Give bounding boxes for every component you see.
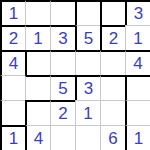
cell-r1c4-empty[interactable] [75,0,100,25]
cell-r1c5-empty[interactable] [100,0,125,25]
cell-r6c5-given: 6 [100,125,125,150]
cell-r2c5-given: 2 [100,25,125,50]
cell-r4c2-empty[interactable] [25,75,50,100]
cell-r2c3-given: 3 [50,25,75,50]
cell-r4c6-empty[interactable] [125,75,150,100]
cell-r6c2-given: 4 [25,125,50,150]
cell-r3c5-empty[interactable] [100,50,125,75]
cell-r6c1-given: 1 [0,125,25,150]
cell-r3c4-empty[interactable] [75,50,100,75]
cell-r5c5-empty[interactable] [100,100,125,125]
cell-r5c1-empty[interactable] [0,100,25,125]
cell-r6c3-empty[interactable] [50,125,75,150]
cell-r5c3-given: 2 [50,100,75,125]
cell-r4c4-given: 3 [75,75,100,100]
cell-r2c1-given: 2 [0,25,25,50]
cell-r5c2-empty[interactable] [25,100,50,125]
cell-r3c1-given: 4 [0,50,25,75]
puzzle-board: 132135214453211461 [0,0,150,150]
cell-r1c3-empty[interactable] [50,0,75,25]
puzzle-screenshot: 132135214453211461 [0,0,150,150]
cell-r2c6-given: 1 [125,25,150,50]
cell-r4c1-empty[interactable] [0,75,25,100]
cell-r6c4-empty[interactable] [75,125,100,150]
cell-r2c4-given: 5 [75,25,100,50]
cell-r1c1-given: 1 [0,0,25,25]
cell-r1c2-empty[interactable] [25,0,50,25]
cell-r4c5-empty[interactable] [100,75,125,100]
cell-r5c4-given: 1 [75,100,100,125]
cell-r3c6-given: 4 [125,50,150,75]
cell-r1c6-given: 3 [125,0,150,25]
cell-r5c6-empty[interactable] [125,100,150,125]
cell-r3c2-empty[interactable] [25,50,50,75]
cell-r3c3-empty[interactable] [50,50,75,75]
cell-r2c2-given: 1 [25,25,50,50]
cell-r6c6-given: 1 [125,125,150,150]
cell-r4c3-given: 5 [50,75,75,100]
